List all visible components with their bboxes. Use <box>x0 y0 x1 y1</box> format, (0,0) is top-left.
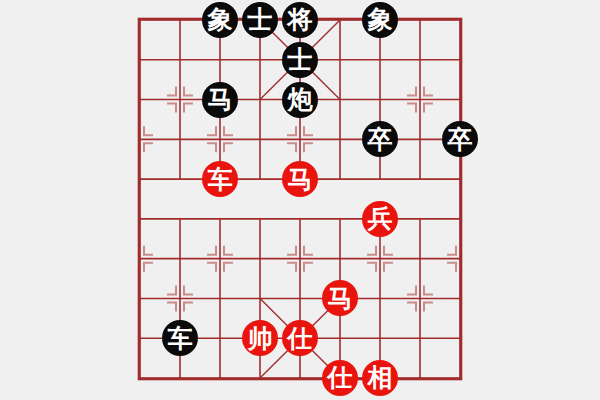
black-chariot[interactable]: 车 <box>162 320 198 356</box>
red-chariot[interactable]: 车 <box>202 161 238 197</box>
piece-layer: 象士将象士马炮卒卒车车马兵马帅仕仕相 <box>120 0 480 398</box>
black-general[interactable]: 将 <box>282 2 318 38</box>
xiangqi-app: 象士将象士马炮卒卒车车马兵马帅仕仕相 <box>0 0 600 400</box>
black-advisor[interactable]: 士 <box>282 42 318 78</box>
red-advisor[interactable]: 仕 <box>282 320 318 356</box>
black-soldier[interactable]: 卒 <box>442 121 478 157</box>
black-cannon[interactable]: 炮 <box>282 82 318 118</box>
red-horse[interactable]: 马 <box>322 280 358 316</box>
black-advisor[interactable]: 士 <box>242 2 278 38</box>
black-horse[interactable]: 马 <box>202 82 238 118</box>
red-soldier[interactable]: 兵 <box>362 201 398 237</box>
black-elephant[interactable]: 象 <box>202 2 238 38</box>
black-elephant[interactable]: 象 <box>362 2 398 38</box>
red-horse[interactable]: 马 <box>282 161 318 197</box>
red-advisor[interactable]: 仕 <box>322 360 358 396</box>
red-elephant[interactable]: 相 <box>362 360 398 396</box>
red-general[interactable]: 帅 <box>242 320 278 356</box>
black-soldier[interactable]: 卒 <box>362 121 398 157</box>
